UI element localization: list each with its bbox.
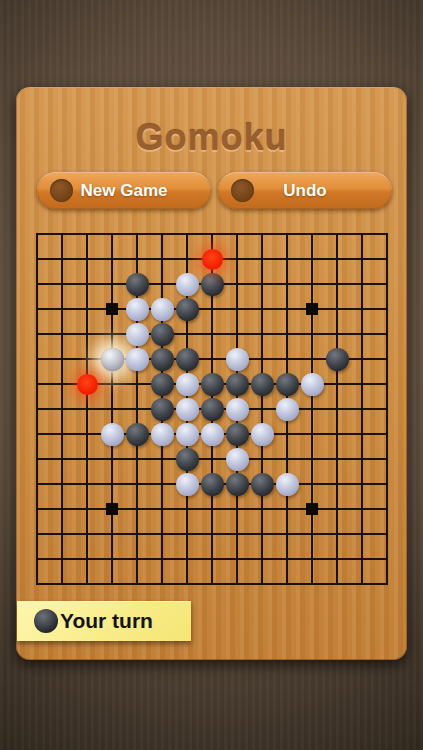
last-move-white-stone [101, 348, 124, 371]
black-stone [126, 273, 149, 296]
black-stone [226, 473, 249, 496]
white-stone [176, 373, 199, 396]
app-screen: Gomoku New Game Undo Your turn [0, 0, 423, 750]
undo-button[interactable]: Undo [218, 172, 392, 209]
black-stone [151, 323, 174, 346]
black-stone [151, 348, 174, 371]
star-point [106, 303, 118, 315]
turn-indicator: Your turn [17, 601, 191, 641]
black-stone [276, 373, 299, 396]
black-stone [326, 348, 349, 371]
white-stone [176, 398, 199, 421]
black-stone [201, 398, 224, 421]
white-stone [126, 348, 149, 371]
white-stone [176, 423, 199, 446]
white-stone [226, 348, 249, 371]
white-stone [276, 398, 299, 421]
black-stone [201, 473, 224, 496]
black-stone [176, 348, 199, 371]
black-stone [176, 448, 199, 471]
black-stone [151, 398, 174, 421]
game-panel: Gomoku New Game Undo Your turn [16, 87, 407, 660]
white-stone [126, 298, 149, 321]
button-dot-icon [231, 179, 254, 202]
star-point [306, 303, 318, 315]
new-game-label: New Game [81, 181, 168, 201]
white-stone [101, 423, 124, 446]
white-stone [226, 398, 249, 421]
black-stone [176, 298, 199, 321]
white-stone [251, 423, 274, 446]
red-marker [77, 374, 98, 395]
black-stone [201, 373, 224, 396]
white-stone [301, 373, 324, 396]
white-stone [176, 273, 199, 296]
black-stone [251, 473, 274, 496]
red-marker [202, 249, 223, 270]
white-stone [151, 423, 174, 446]
white-stone [126, 323, 149, 346]
star-point [106, 503, 118, 515]
turn-label: Your turn [60, 609, 153, 633]
black-stone [126, 423, 149, 446]
star-point [306, 503, 318, 515]
black-stone [226, 423, 249, 446]
black-stone [226, 373, 249, 396]
white-stone [151, 298, 174, 321]
white-stone [201, 423, 224, 446]
black-stone-icon [34, 609, 58, 633]
white-stone [176, 473, 199, 496]
white-stone [276, 473, 299, 496]
app-title: Gomoku [16, 117, 407, 159]
black-stone [151, 373, 174, 396]
gomoku-board[interactable] [36, 233, 388, 585]
white-stone [226, 448, 249, 471]
button-dot-icon [50, 179, 73, 202]
black-stone [251, 373, 274, 396]
undo-label: Undo [283, 181, 326, 201]
new-game-button[interactable]: New Game [37, 172, 211, 209]
black-stone [201, 273, 224, 296]
